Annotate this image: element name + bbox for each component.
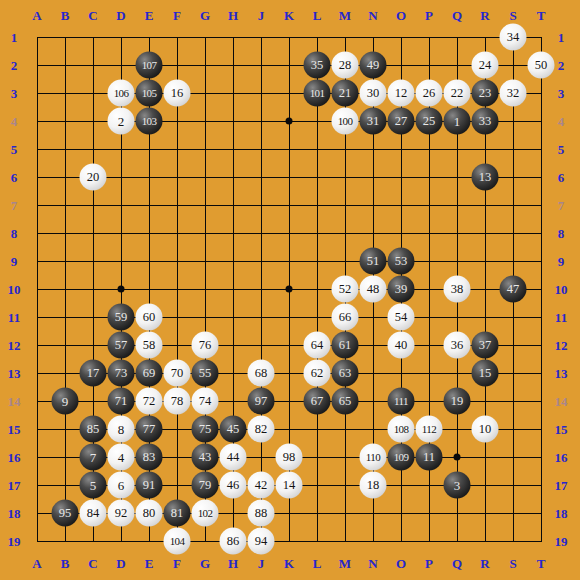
- stone-move-number: 11: [423, 451, 435, 464]
- stone-move-number: 13: [479, 171, 492, 184]
- stone-move-number: 9: [62, 395, 69, 408]
- stone-move-number: 25: [423, 115, 436, 128]
- col-label-bottom-P: P: [425, 557, 433, 570]
- stone-move-number: 64: [311, 339, 324, 352]
- stone-move-number: 103: [142, 116, 157, 127]
- stone-move-number: 76: [199, 339, 212, 352]
- stone-move-number: 75: [199, 423, 212, 436]
- stone-white-48-N10[interactable]: 48: [360, 276, 387, 303]
- col-label-top-H: H: [228, 9, 238, 22]
- stone-white-72-E14[interactable]: 72: [136, 388, 163, 415]
- stone-white-102-G18[interactable]: 102: [192, 500, 219, 527]
- stone-move-number: 20: [87, 171, 100, 184]
- stone-move-number: 108: [394, 424, 409, 435]
- col-label-top-D: D: [116, 9, 125, 22]
- stone-move-number: 48: [367, 283, 380, 296]
- stone-move-number: 55: [199, 367, 212, 380]
- row-label-right-17: 17: [555, 479, 568, 492]
- stone-move-number: 74: [199, 395, 212, 408]
- row-label-left-19: 19: [8, 535, 21, 548]
- col-label-top-B: B: [61, 9, 70, 22]
- stone-black-21-M3[interactable]: 21: [332, 80, 359, 107]
- stone-move-number: 58: [143, 339, 156, 352]
- col-label-top-F: F: [173, 9, 181, 22]
- row-label-left-11: 11: [8, 311, 20, 324]
- stone-black-43-G16[interactable]: 43: [192, 444, 219, 471]
- stone-white-68-J13[interactable]: 68: [248, 360, 275, 387]
- stone-move-number: 38: [451, 283, 464, 296]
- star-point-D10: [118, 286, 125, 293]
- stone-move-number: 53: [395, 255, 408, 268]
- stone-move-number: 71: [115, 395, 128, 408]
- stone-move-number: 32: [507, 87, 520, 100]
- stone-white-10-R15[interactable]: 10: [472, 416, 499, 443]
- grid-line-horizontal: [37, 541, 542, 542]
- stone-white-34-S1[interactable]: 34: [500, 24, 527, 51]
- stone-move-number: 45: [227, 423, 240, 436]
- row-label-right-18: 18: [555, 507, 568, 520]
- col-label-top-J: J: [258, 9, 265, 22]
- stone-black-13-R6[interactable]: 13: [472, 164, 499, 191]
- row-label-left-7: 7: [11, 199, 18, 212]
- stone-move-number: 79: [199, 479, 212, 492]
- stone-move-number: 22: [451, 87, 464, 100]
- stone-move-number: 50: [535, 59, 548, 72]
- stone-black-101-L3[interactable]: 101: [304, 80, 331, 107]
- stone-black-25-P4[interactable]: 25: [416, 108, 443, 135]
- row-label-right-3: 3: [558, 87, 565, 100]
- stone-white-54-O11[interactable]: 54: [388, 304, 415, 331]
- row-label-right-11: 11: [555, 311, 567, 324]
- stone-move-number: 43: [199, 451, 212, 464]
- stone-white-18-N17[interactable]: 18: [360, 472, 387, 499]
- stone-black-1-Q4[interactable]: 1: [444, 108, 471, 135]
- col-label-bottom-S: S: [509, 557, 516, 570]
- row-label-right-4: 4: [558, 115, 565, 128]
- stone-black-51-N9[interactable]: 51: [360, 248, 387, 275]
- col-label-bottom-L: L: [313, 557, 322, 570]
- stone-white-92-D18[interactable]: 92: [108, 500, 135, 527]
- stone-black-49-N2[interactable]: 49: [360, 52, 387, 79]
- col-label-top-S: S: [509, 9, 516, 22]
- stone-black-71-D14[interactable]: 71: [108, 388, 135, 415]
- stone-move-number: 107: [142, 60, 157, 71]
- stone-move-number: 86: [227, 535, 240, 548]
- stone-move-number: 110: [366, 452, 380, 463]
- col-label-top-N: N: [368, 9, 377, 22]
- stone-black-83-E16[interactable]: 83: [136, 444, 163, 471]
- stone-move-number: 112: [422, 424, 436, 435]
- stone-white-94-J19[interactable]: 94: [248, 528, 275, 555]
- row-label-right-8: 8: [558, 227, 565, 240]
- stone-black-17-C13[interactable]: 17: [80, 360, 107, 387]
- stone-white-106-D3[interactable]: 106: [108, 80, 135, 107]
- stone-move-number: 19: [451, 395, 464, 408]
- stone-move-number: 66: [339, 311, 352, 324]
- stone-black-39-O10[interactable]: 39: [388, 276, 415, 303]
- stone-white-28-M2[interactable]: 28: [332, 52, 359, 79]
- stone-move-number: 37: [479, 339, 492, 352]
- row-label-right-7: 7: [558, 199, 565, 212]
- stone-move-number: 30: [367, 87, 380, 100]
- stone-white-32-S3[interactable]: 32: [500, 80, 527, 107]
- row-label-left-17: 17: [8, 479, 21, 492]
- star-point-K4: [286, 118, 293, 125]
- stone-move-number: 57: [115, 339, 128, 352]
- col-label-top-T: T: [537, 9, 546, 22]
- stone-white-80-E18[interactable]: 80: [136, 500, 163, 527]
- stone-move-number: 14: [283, 479, 296, 492]
- stone-white-70-F13[interactable]: 70: [164, 360, 191, 387]
- stone-move-number: 10: [479, 423, 492, 436]
- stone-move-number: 24: [479, 59, 492, 72]
- col-label-bottom-T: T: [537, 557, 546, 570]
- stone-black-77-E15[interactable]: 77: [136, 416, 163, 443]
- stone-move-number: 77: [143, 423, 156, 436]
- stone-white-62-L13[interactable]: 62: [304, 360, 331, 387]
- stone-black-9-B14[interactable]: 9: [52, 388, 79, 415]
- stone-white-26-P3[interactable]: 26: [416, 80, 443, 107]
- col-label-bottom-K: K: [284, 557, 294, 570]
- stone-move-number: 69: [143, 367, 156, 380]
- stone-move-number: 15: [479, 367, 492, 380]
- stone-white-78-F14[interactable]: 78: [164, 388, 191, 415]
- stone-move-number: 23: [479, 87, 492, 100]
- stone-white-46-H17[interactable]: 46: [220, 472, 247, 499]
- stone-move-number: 7: [90, 451, 97, 464]
- stone-move-number: 18: [367, 479, 380, 492]
- stone-move-number: 98: [283, 451, 296, 464]
- stone-white-16-F3[interactable]: 16: [164, 80, 191, 107]
- stone-move-number: 36: [451, 339, 464, 352]
- stone-black-91-E17[interactable]: 91: [136, 472, 163, 499]
- stone-move-number: 21: [339, 87, 352, 100]
- stone-move-number: 1: [454, 115, 461, 128]
- row-label-right-6: 6: [558, 171, 565, 184]
- stone-move-number: 61: [339, 339, 352, 352]
- go-board[interactable]: AABBCCDDEEFFGGHHJJKKLLMMNNOOPPQQRRSSTT11…: [0, 0, 580, 580]
- stone-black-105-E3[interactable]: 105: [136, 80, 163, 107]
- stone-move-number: 91: [143, 479, 156, 492]
- stone-black-109-O16[interactable]: 109: [388, 444, 415, 471]
- stone-black-47-S10[interactable]: 47: [500, 276, 527, 303]
- row-label-left-12: 12: [8, 339, 21, 352]
- row-label-left-4: 4: [11, 115, 18, 128]
- stone-move-number: 39: [395, 283, 408, 296]
- stone-black-23-R3[interactable]: 23: [472, 80, 499, 107]
- row-label-left-14: 14: [8, 395, 21, 408]
- stone-white-12-O3[interactable]: 12: [388, 80, 415, 107]
- stone-move-number: 5: [90, 479, 97, 492]
- stone-move-number: 85: [87, 423, 100, 436]
- col-label-bottom-F: F: [173, 557, 181, 570]
- row-label-right-19: 19: [555, 535, 568, 548]
- stone-move-number: 46: [227, 479, 240, 492]
- stone-move-number: 100: [338, 116, 353, 127]
- col-label-bottom-B: B: [61, 557, 70, 570]
- col-label-top-R: R: [480, 9, 489, 22]
- star-point-K10: [286, 286, 293, 293]
- row-label-left-16: 16: [8, 451, 21, 464]
- stone-move-number: 104: [170, 536, 185, 547]
- stone-move-number: 59: [115, 311, 128, 324]
- stone-white-8-D15[interactable]: 8: [108, 416, 135, 443]
- stone-move-number: 81: [171, 507, 184, 520]
- stone-black-57-D12[interactable]: 57: [108, 332, 135, 359]
- row-label-right-15: 15: [555, 423, 568, 436]
- stone-move-number: 101: [310, 88, 325, 99]
- col-label-top-L: L: [313, 9, 322, 22]
- stone-white-82-J15[interactable]: 82: [248, 416, 275, 443]
- stone-move-number: 16: [171, 87, 184, 100]
- stone-move-number: 102: [198, 508, 213, 519]
- stone-move-number: 67: [311, 395, 324, 408]
- stone-move-number: 80: [143, 507, 156, 520]
- stone-move-number: 73: [115, 367, 128, 380]
- row-label-right-12: 12: [555, 339, 568, 352]
- stone-black-95-B18[interactable]: 95: [52, 500, 79, 527]
- stone-move-number: 44: [227, 451, 240, 464]
- col-label-top-Q: Q: [452, 9, 462, 22]
- stone-move-number: 49: [367, 59, 380, 72]
- stone-black-31-N4[interactable]: 31: [360, 108, 387, 135]
- stone-move-number: 92: [115, 507, 128, 520]
- stone-black-107-E2[interactable]: 107: [136, 52, 163, 79]
- stone-white-40-O12[interactable]: 40: [388, 332, 415, 359]
- stone-white-98-K16[interactable]: 98: [276, 444, 303, 471]
- stone-black-27-O4[interactable]: 27: [388, 108, 415, 135]
- stone-white-6-D17[interactable]: 6: [108, 472, 135, 499]
- stone-white-30-N3[interactable]: 30: [360, 80, 387, 107]
- stone-move-number: 94: [255, 535, 268, 548]
- stone-move-number: 2: [118, 115, 125, 128]
- stone-move-number: 33: [479, 115, 492, 128]
- stone-move-number: 95: [59, 507, 72, 520]
- stone-black-33-R4[interactable]: 33: [472, 108, 499, 135]
- stone-black-63-M13[interactable]: 63: [332, 360, 359, 387]
- stone-white-66-M11[interactable]: 66: [332, 304, 359, 331]
- col-label-top-C: C: [88, 9, 97, 22]
- stone-move-number: 34: [507, 31, 520, 44]
- grid-line-vertical: [317, 37, 318, 542]
- col-label-bottom-A: A: [32, 557, 41, 570]
- stone-black-61-M12[interactable]: 61: [332, 332, 359, 359]
- stone-black-69-E13[interactable]: 69: [136, 360, 163, 387]
- stone-move-number: 97: [255, 395, 268, 408]
- grid-line-vertical: [541, 37, 542, 542]
- stone-white-84-C18[interactable]: 84: [80, 500, 107, 527]
- col-label-bottom-H: H: [228, 557, 238, 570]
- col-label-top-E: E: [145, 9, 154, 22]
- stone-move-number: 3: [454, 479, 461, 492]
- stone-move-number: 111: [394, 396, 408, 407]
- stone-black-55-G13[interactable]: 55: [192, 360, 219, 387]
- stone-black-97-J14[interactable]: 97: [248, 388, 275, 415]
- stone-white-44-H16[interactable]: 44: [220, 444, 247, 471]
- stone-white-112-P15[interactable]: 112: [416, 416, 443, 443]
- stone-move-number: 6: [118, 479, 125, 492]
- stone-white-64-L12[interactable]: 64: [304, 332, 331, 359]
- star-point-Q16: [454, 454, 461, 461]
- stone-white-76-G12[interactable]: 76: [192, 332, 219, 359]
- stone-black-81-F18[interactable]: 81: [164, 500, 191, 527]
- stone-black-59-D11[interactable]: 59: [108, 304, 135, 331]
- row-label-left-15: 15: [8, 423, 21, 436]
- stone-move-number: 31: [367, 115, 380, 128]
- stone-move-number: 27: [395, 115, 408, 128]
- stone-white-14-K17[interactable]: 14: [276, 472, 303, 499]
- stone-white-20-C6[interactable]: 20: [80, 164, 107, 191]
- stone-move-number: 47: [507, 283, 520, 296]
- col-label-bottom-C: C: [88, 557, 97, 570]
- stone-move-number: 63: [339, 367, 352, 380]
- row-label-left-8: 8: [11, 227, 18, 240]
- col-label-bottom-R: R: [480, 557, 489, 570]
- col-label-bottom-D: D: [116, 557, 125, 570]
- stone-move-number: 8: [118, 423, 125, 436]
- stone-move-number: 88: [255, 507, 268, 520]
- stone-white-100-M4[interactable]: 100: [332, 108, 359, 135]
- stone-move-number: 12: [395, 87, 408, 100]
- stone-move-number: 105: [142, 88, 157, 99]
- stone-black-85-C15[interactable]: 85: [80, 416, 107, 443]
- col-label-top-P: P: [425, 9, 433, 22]
- stone-white-4-D16[interactable]: 4: [108, 444, 135, 471]
- stone-black-45-H15[interactable]: 45: [220, 416, 247, 443]
- stone-move-number: 106: [114, 88, 129, 99]
- row-label-right-1: 1: [558, 31, 565, 44]
- stone-move-number: 35: [311, 59, 324, 72]
- stone-white-24-R2[interactable]: 24: [472, 52, 499, 79]
- row-label-left-1: 1: [11, 31, 18, 44]
- stone-white-36-Q12[interactable]: 36: [444, 332, 471, 359]
- stone-move-number: 70: [171, 367, 184, 380]
- row-label-left-13: 13: [8, 367, 21, 380]
- stone-move-number: 65: [339, 395, 352, 408]
- stone-white-88-J18[interactable]: 88: [248, 500, 275, 527]
- stone-white-104-F19[interactable]: 104: [164, 528, 191, 555]
- stone-black-37-R12[interactable]: 37: [472, 332, 499, 359]
- stone-move-number: 84: [87, 507, 100, 520]
- stone-black-73-D13[interactable]: 73: [108, 360, 135, 387]
- stone-white-58-E12[interactable]: 58: [136, 332, 163, 359]
- row-label-left-18: 18: [8, 507, 21, 520]
- stone-white-86-H19[interactable]: 86: [220, 528, 247, 555]
- stone-black-15-R13[interactable]: 15: [472, 360, 499, 387]
- stone-black-5-C17[interactable]: 5: [80, 472, 107, 499]
- stone-move-number: 62: [311, 367, 324, 380]
- stone-move-number: 68: [255, 367, 268, 380]
- stone-move-number: 40: [395, 339, 408, 352]
- stone-move-number: 109: [394, 452, 409, 463]
- row-label-right-16: 16: [555, 451, 568, 464]
- stone-black-79-G17[interactable]: 79: [192, 472, 219, 499]
- row-label-left-9: 9: [11, 255, 18, 268]
- col-label-bottom-G: G: [200, 557, 210, 570]
- stone-move-number: 42: [255, 479, 268, 492]
- stone-black-111-O14[interactable]: 111: [388, 388, 415, 415]
- stone-black-3-Q17[interactable]: 3: [444, 472, 471, 499]
- stone-white-52-M10[interactable]: 52: [332, 276, 359, 303]
- row-label-right-5: 5: [558, 143, 565, 156]
- row-label-right-9: 9: [558, 255, 565, 268]
- stone-move-number: 51: [367, 255, 380, 268]
- stone-move-number: 72: [143, 395, 156, 408]
- stone-black-67-L14[interactable]: 67: [304, 388, 331, 415]
- row-label-left-10: 10: [8, 283, 21, 296]
- col-label-top-A: A: [32, 9, 41, 22]
- col-label-bottom-Q: Q: [452, 557, 462, 570]
- stone-black-35-L2[interactable]: 35: [304, 52, 331, 79]
- col-label-top-K: K: [284, 9, 294, 22]
- stone-white-60-E11[interactable]: 60: [136, 304, 163, 331]
- col-label-bottom-O: O: [396, 557, 406, 570]
- stone-move-number: 82: [255, 423, 268, 436]
- row-label-left-2: 2: [11, 59, 18, 72]
- stone-move-number: 52: [339, 283, 352, 296]
- stone-black-75-G15[interactable]: 75: [192, 416, 219, 443]
- stone-black-11-P16[interactable]: 11: [416, 444, 443, 471]
- row-label-right-13: 13: [555, 367, 568, 380]
- row-label-left-5: 5: [11, 143, 18, 156]
- row-label-left-3: 3: [11, 87, 18, 100]
- row-label-right-10: 10: [555, 283, 568, 296]
- stone-white-2-D4[interactable]: 2: [108, 108, 135, 135]
- col-label-bottom-E: E: [145, 557, 154, 570]
- stone-black-7-C16[interactable]: 7: [80, 444, 107, 471]
- col-label-bottom-J: J: [258, 557, 265, 570]
- row-label-right-2: 2: [558, 59, 565, 72]
- stone-move-number: 4: [118, 451, 125, 464]
- col-label-bottom-M: M: [339, 557, 351, 570]
- stone-white-38-Q10[interactable]: 38: [444, 276, 471, 303]
- stone-white-50-T2[interactable]: 50: [528, 52, 555, 79]
- col-label-top-G: G: [200, 9, 210, 22]
- stone-white-42-J17[interactable]: 42: [248, 472, 275, 499]
- stone-white-108-O15[interactable]: 108: [388, 416, 415, 443]
- stone-black-53-O9[interactable]: 53: [388, 248, 415, 275]
- row-label-left-6: 6: [11, 171, 18, 184]
- stone-white-22-Q3[interactable]: 22: [444, 80, 471, 107]
- stone-black-65-M14[interactable]: 65: [332, 388, 359, 415]
- stone-move-number: 78: [171, 395, 184, 408]
- stone-white-110-N16[interactable]: 110: [360, 444, 387, 471]
- stone-move-number: 26: [423, 87, 436, 100]
- stone-move-number: 54: [395, 311, 408, 324]
- col-label-top-M: M: [339, 9, 351, 22]
- row-label-right-14: 14: [555, 395, 568, 408]
- stone-black-103-E4[interactable]: 103: [136, 108, 163, 135]
- stone-white-74-G14[interactable]: 74: [192, 388, 219, 415]
- col-label-bottom-N: N: [368, 557, 377, 570]
- stone-move-number: 17: [87, 367, 100, 380]
- stone-move-number: 60: [143, 311, 156, 324]
- col-label-top-O: O: [396, 9, 406, 22]
- stone-move-number: 83: [143, 451, 156, 464]
- stone-black-19-Q14[interactable]: 19: [444, 388, 471, 415]
- stone-move-number: 28: [339, 59, 352, 72]
